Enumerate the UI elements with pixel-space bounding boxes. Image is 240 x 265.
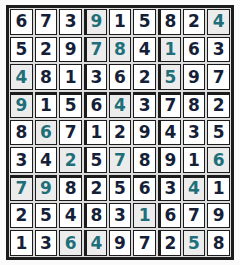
cell-r1c8[interactable]: 2 bbox=[183, 9, 206, 35]
cell-r9c7[interactable]: 2 bbox=[158, 230, 181, 256]
cell-r8c5[interactable]: 3 bbox=[109, 203, 132, 229]
cell-r8c9[interactable]: 9 bbox=[207, 203, 230, 229]
cell-r7c2[interactable]: 9 bbox=[35, 175, 58, 201]
cell-r5c4[interactable]: 1 bbox=[84, 120, 107, 146]
cell-r7c3[interactable]: 8 bbox=[59, 175, 82, 201]
cell-r5c1[interactable]: 8 bbox=[10, 120, 33, 146]
cell-r5c9[interactable]: 5 bbox=[207, 120, 230, 146]
cell-r4c9[interactable]: 2 bbox=[207, 92, 230, 118]
cell-r9c6[interactable]: 7 bbox=[133, 230, 156, 256]
cell-r3c9[interactable]: 7 bbox=[207, 64, 230, 90]
cell-r8c2[interactable]: 5 bbox=[35, 203, 58, 229]
cell-r3c7[interactable]: 5 bbox=[158, 64, 181, 90]
cell-r8c7[interactable]: 6 bbox=[158, 203, 181, 229]
cell-r2c8[interactable]: 6 bbox=[183, 37, 206, 63]
cell-r3c4[interactable]: 3 bbox=[84, 64, 107, 90]
cell-r9c8[interactable]: 5 bbox=[183, 230, 206, 256]
cell-r6c4[interactable]: 5 bbox=[84, 147, 107, 173]
cell-r3c1[interactable]: 4 bbox=[10, 64, 33, 90]
cell-r8c8[interactable]: 7 bbox=[183, 203, 206, 229]
cell-r2c3[interactable]: 9 bbox=[59, 37, 82, 63]
cell-r7c7[interactable]: 3 bbox=[158, 175, 181, 201]
cell-r5c2[interactable]: 6 bbox=[35, 120, 58, 146]
cell-r6c7[interactable]: 9 bbox=[158, 147, 181, 173]
cell-r2c6[interactable]: 4 bbox=[133, 37, 156, 63]
cell-r3c6[interactable]: 2 bbox=[133, 64, 156, 90]
cell-r1c2[interactable]: 7 bbox=[35, 9, 58, 35]
cell-r3c5[interactable]: 6 bbox=[109, 64, 132, 90]
cell-r6c5[interactable]: 7 bbox=[109, 147, 132, 173]
cell-r3c8[interactable]: 9 bbox=[183, 64, 206, 90]
cell-r8c1[interactable]: 2 bbox=[10, 203, 33, 229]
cell-r2c2[interactable]: 2 bbox=[35, 37, 58, 63]
cell-r6c8[interactable]: 1 bbox=[183, 147, 206, 173]
cell-r3c2[interactable]: 8 bbox=[35, 64, 58, 90]
cell-r4c6[interactable]: 3 bbox=[133, 92, 156, 118]
cell-r5c3[interactable]: 7 bbox=[59, 120, 82, 146]
cell-r1c7[interactable]: 8 bbox=[158, 9, 181, 35]
sudoku-board: 6739158245297841634813625979156437828671… bbox=[6, 5, 234, 260]
cell-r6c2[interactable]: 4 bbox=[35, 147, 58, 173]
cell-r1c5[interactable]: 1 bbox=[109, 9, 132, 35]
cell-r9c9[interactable]: 8 bbox=[207, 230, 230, 256]
cell-r2c9[interactable]: 3 bbox=[207, 37, 230, 63]
cell-r7c6[interactable]: 6 bbox=[133, 175, 156, 201]
cell-r5c5[interactable]: 2 bbox=[109, 120, 132, 146]
cell-r4c2[interactable]: 1 bbox=[35, 92, 58, 118]
cell-r8c6[interactable]: 1 bbox=[133, 203, 156, 229]
cell-r9c2[interactable]: 3 bbox=[35, 230, 58, 256]
cell-r6c6[interactable]: 8 bbox=[133, 147, 156, 173]
cell-r4c1[interactable]: 9 bbox=[10, 92, 33, 118]
cell-r1c9[interactable]: 4 bbox=[207, 9, 230, 35]
cell-r1c3[interactable]: 3 bbox=[59, 9, 82, 35]
cell-r7c9[interactable]: 1 bbox=[207, 175, 230, 201]
cell-r1c1[interactable]: 6 bbox=[10, 9, 33, 35]
cell-r5c6[interactable]: 9 bbox=[133, 120, 156, 146]
cell-r5c8[interactable]: 3 bbox=[183, 120, 206, 146]
cell-r6c1[interactable]: 3 bbox=[10, 147, 33, 173]
cell-r6c9[interactable]: 6 bbox=[207, 147, 230, 173]
cell-r7c4[interactable]: 2 bbox=[84, 175, 107, 201]
cell-r2c7[interactable]: 1 bbox=[158, 37, 181, 63]
cell-r6c3[interactable]: 2 bbox=[59, 147, 82, 173]
cell-r8c3[interactable]: 4 bbox=[59, 203, 82, 229]
cell-r8c4[interactable]: 8 bbox=[84, 203, 107, 229]
cell-r4c5[interactable]: 4 bbox=[109, 92, 132, 118]
cell-r4c8[interactable]: 8 bbox=[183, 92, 206, 118]
cell-r4c3[interactable]: 5 bbox=[59, 92, 82, 118]
cell-r7c1[interactable]: 7 bbox=[10, 175, 33, 201]
cell-r9c4[interactable]: 4 bbox=[84, 230, 107, 256]
cell-r2c5[interactable]: 8 bbox=[109, 37, 132, 63]
cell-r2c1[interactable]: 5 bbox=[10, 37, 33, 63]
cell-r1c6[interactable]: 5 bbox=[133, 9, 156, 35]
cell-r7c8[interactable]: 4 bbox=[183, 175, 206, 201]
cell-r5c7[interactable]: 4 bbox=[158, 120, 181, 146]
cell-r2c4[interactable]: 7 bbox=[84, 37, 107, 63]
cell-r9c3[interactable]: 6 bbox=[59, 230, 82, 256]
cell-r4c7[interactable]: 7 bbox=[158, 92, 181, 118]
cell-r3c3[interactable]: 1 bbox=[59, 64, 82, 90]
cell-r1c4[interactable]: 9 bbox=[84, 9, 107, 35]
cell-r7c5[interactable]: 5 bbox=[109, 175, 132, 201]
cell-r9c5[interactable]: 9 bbox=[109, 230, 132, 256]
cell-r4c4[interactable]: 6 bbox=[84, 92, 107, 118]
cell-r9c1[interactable]: 1 bbox=[10, 230, 33, 256]
sudoku-page: 6739158245297841634813625979156437828671… bbox=[0, 0, 240, 265]
